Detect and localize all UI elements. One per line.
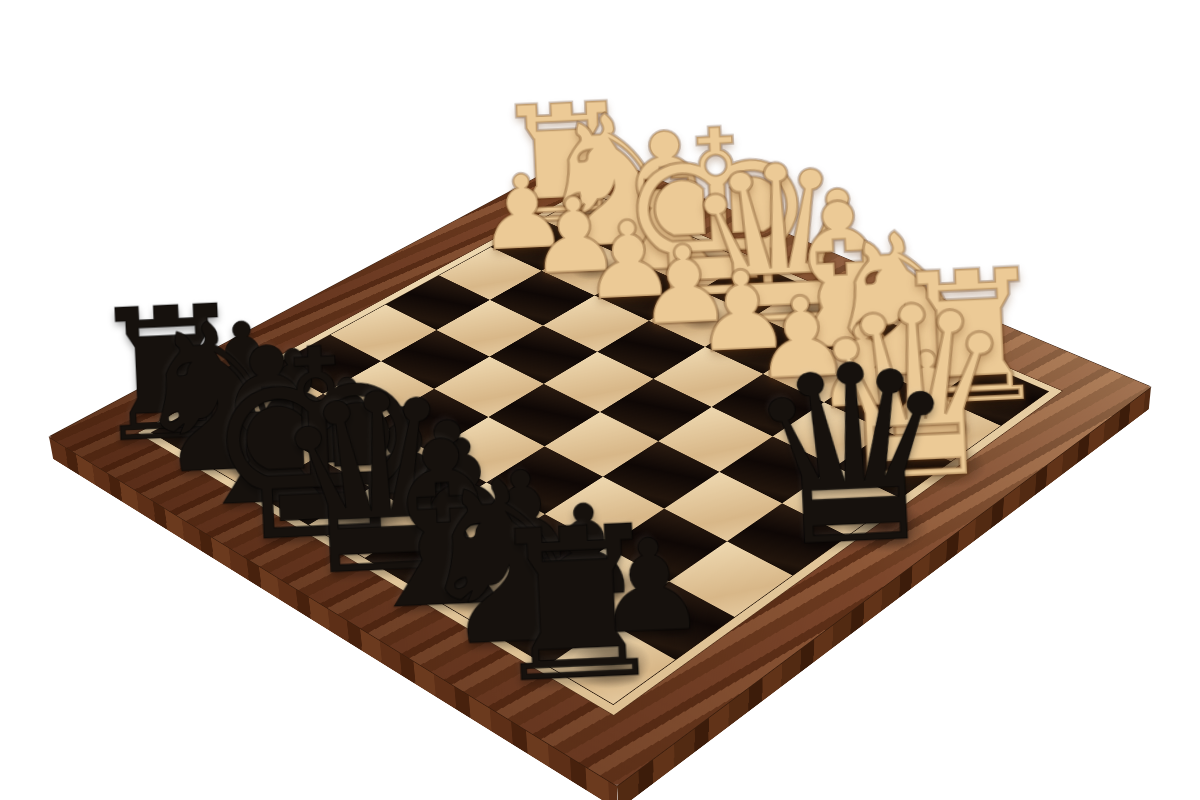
pieces-layer: ♜♞♝♚♛♝♞♜♟♟♟♟♟♟♟♟♟♟♟♟♟♟♟♟♜♞♝♚♛♝♞♜♛♛ [49,150,1151,786]
black-rook-glyph: ♜ [479,498,675,714]
black-queen-glyph: ♛ [739,329,969,583]
chess-board: ♜♞♝♚♛♝♞♜♟♟♟♟♟♟♟♟♟♟♟♟♟♟♟♟♜♞♝♚♛♝♞♜♛♛ [49,150,1151,786]
product-photo: ♜♞♝♚♛♝♞♜♟♟♟♟♟♟♟♟♟♟♟♟♟♟♟♟♜♞♝♚♛♝♞♜♛♛ [0,0,1200,800]
perspective-scene: ♜♞♝♚♛♝♞♜♟♟♟♟♟♟♟♟♟♟♟♟♟♟♟♟♜♞♝♚♛♝♞♜♛♛ [0,0,1200,800]
